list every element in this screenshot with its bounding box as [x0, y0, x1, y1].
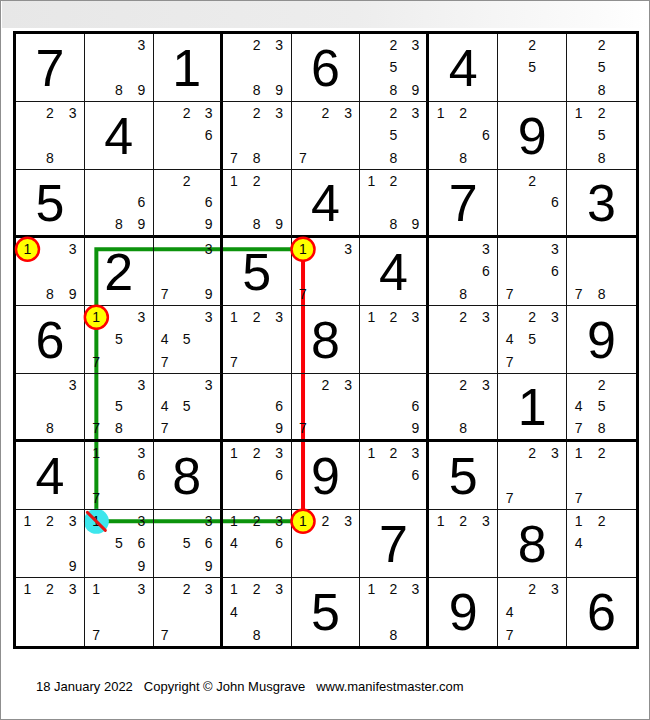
candidate-6: 6 — [198, 532, 220, 554]
candidate-2: 2 — [39, 510, 62, 532]
candidate-2: 2 — [382, 102, 404, 124]
cell-r2c5[interactable]: 237 — [292, 102, 361, 170]
candidate-1: 1 — [429, 102, 452, 124]
candidate-6: 6 — [130, 192, 153, 214]
cell-r7c8[interactable]: 237 — [498, 442, 567, 510]
candidate-3: 3 — [198, 578, 220, 601]
candidate-2: 2 — [382, 34, 404, 56]
candidate-5: 5 — [176, 396, 198, 418]
candidate-2: 2 — [452, 306, 475, 328]
solved-digit: 4 — [292, 170, 360, 235]
candidate-1: 1 — [360, 306, 382, 328]
candidate-1: 1 — [85, 578, 108, 601]
cell-r1c9[interactable]: 258 — [567, 34, 636, 102]
cell-r7c5[interactable]: 9 — [292, 442, 361, 510]
candidate-8: 8 — [452, 283, 475, 305]
cell-r1c6[interactable]: 23589 — [360, 34, 429, 102]
solved-digit: 9 — [567, 306, 636, 373]
cell-r6c5[interactable]: 237 — [292, 374, 361, 442]
solved-digit: 8 — [154, 442, 220, 509]
cell-r4c3[interactable]: 379 — [154, 238, 223, 306]
solved-digit: 9 — [292, 442, 360, 509]
candidate-3: 3 — [404, 102, 426, 124]
candidate-2: 2 — [314, 374, 337, 396]
cell-r9c2[interactable]: 137 — [85, 578, 154, 646]
candidate-5: 5 — [382, 124, 404, 146]
cell-r1c2[interactable]: 389 — [85, 34, 154, 102]
candidate-5: 5 — [590, 396, 613, 418]
candidate-7: 7 — [498, 351, 521, 373]
candidate-9: 9 — [268, 79, 291, 101]
candidate-3: 3 — [337, 510, 360, 532]
candidate-6: 6 — [130, 532, 153, 554]
candidate-9: 9 — [404, 79, 426, 101]
cell-r8c2[interactable]: 13569 — [85, 510, 154, 578]
candidate-9: 9 — [198, 555, 220, 577]
footer: 18 January 2022 Copyright © John Musgrav… — [1, 679, 649, 694]
candidate-2: 2 — [245, 34, 268, 56]
candidate-1: 1 — [16, 238, 39, 260]
solved-digit: 9 — [429, 578, 497, 646]
cell-r1c4[interactable]: 2389 — [223, 34, 292, 102]
candidate-3: 3 — [475, 306, 498, 328]
candidate-8: 8 — [245, 213, 268, 235]
candidate-2: 2 — [452, 374, 475, 396]
cell-r4c5[interactable]: 137 — [292, 238, 361, 306]
candidate-3: 3 — [543, 238, 566, 260]
candidate-5: 5 — [108, 532, 131, 554]
cell-r4c4[interactable]: 5 — [223, 238, 292, 306]
cell-r4c2[interactable]: 2 — [85, 238, 154, 306]
candidate-8: 8 — [108, 417, 131, 439]
candidate-1: 1 — [292, 238, 315, 260]
cell-r4c7[interactable]: 368 — [429, 238, 498, 306]
candidate-8: 8 — [590, 147, 613, 169]
cell-r6c2[interactable]: 3578 — [85, 374, 154, 442]
candidate-4: 4 — [223, 532, 246, 554]
cell-r8c7[interactable]: 123 — [429, 510, 498, 578]
solved-digit: 4 — [85, 102, 153, 169]
solved-digit: 5 — [292, 578, 360, 646]
candidate-7: 7 — [154, 623, 176, 646]
candidate-6: 6 — [543, 192, 566, 214]
cell-r1c3[interactable]: 1 — [154, 34, 223, 102]
cell-r1c1[interactable]: 7 — [16, 34, 85, 102]
candidate-7: 7 — [292, 283, 315, 305]
candidate-1: 1 — [429, 510, 452, 532]
cell-r2c8[interactable]: 9 — [498, 102, 567, 170]
solved-digit: 7 — [429, 170, 497, 235]
candidate-6: 6 — [198, 192, 220, 214]
candidate-2: 2 — [245, 102, 268, 124]
candidate-8: 8 — [382, 213, 404, 235]
candidate-3: 3 — [475, 374, 498, 396]
candidate-8: 8 — [452, 147, 475, 169]
candidate-3: 3 — [543, 578, 566, 601]
candidate-3: 3 — [130, 374, 153, 396]
candidate-9: 9 — [198, 283, 220, 305]
candidate-6: 6 — [198, 124, 220, 146]
candidate-2: 2 — [521, 306, 544, 328]
candidate-8: 8 — [590, 417, 613, 439]
candidate-3: 3 — [268, 306, 291, 328]
cell-r8c5[interactable]: 123 — [292, 510, 361, 578]
candidate-3: 3 — [130, 578, 153, 601]
candidate-2: 2 — [382, 578, 404, 601]
cell-r2c2[interactable]: 4 — [85, 102, 154, 170]
solved-digit: 6 — [292, 34, 360, 101]
cell-r5c1[interactable]: 6 — [16, 306, 85, 374]
cell-r5c9[interactable]: 9 — [567, 306, 636, 374]
candidate-3: 3 — [543, 306, 566, 328]
solved-digit: 9 — [498, 102, 566, 169]
candidate-3: 3 — [404, 34, 426, 56]
candidate-5: 5 — [590, 124, 613, 146]
candidate-5: 5 — [521, 56, 544, 78]
candidate-6: 6 — [404, 396, 426, 418]
cell-r9c8[interactable]: 2347 — [498, 578, 567, 646]
cell-r8c4[interactable]: 12346 — [223, 510, 292, 578]
candidate-2: 2 — [382, 170, 404, 192]
candidate-1: 1 — [85, 306, 108, 328]
candidate-3: 3 — [130, 306, 153, 328]
candidate-3: 3 — [198, 306, 220, 328]
solved-digit: 4 — [16, 442, 84, 509]
candidate-3: 3 — [475, 510, 498, 532]
candidate-8: 8 — [382, 623, 404, 646]
candidate-3: 3 — [268, 34, 291, 56]
candidate-6: 6 — [543, 260, 566, 282]
cell-r3c8[interactable]: 26 — [498, 170, 567, 238]
candidate-9: 9 — [404, 213, 426, 235]
solved-digit: 3 — [567, 170, 636, 235]
candidate-1: 1 — [360, 170, 382, 192]
candidate-1: 1 — [85, 442, 108, 464]
cell-r7c1[interactable]: 4 — [16, 442, 85, 510]
candidate-6: 6 — [268, 396, 291, 418]
candidate-1: 1 — [223, 306, 246, 328]
cell-r5c6[interactable]: 123 — [360, 306, 429, 374]
candidate-5: 5 — [108, 328, 131, 350]
cell-r8c9[interactable]: 124 — [567, 510, 636, 578]
cell-r9c6[interactable]: 1238 — [360, 578, 429, 646]
cell-r6c4[interactable]: 69 — [223, 374, 292, 442]
window-title-bar — [2, 1, 648, 28]
candidate-1: 1 — [223, 442, 246, 464]
candidate-2: 2 — [245, 510, 268, 532]
candidate-3: 3 — [404, 442, 426, 464]
candidate-8: 8 — [245, 147, 268, 169]
cell-r3c6[interactable]: 1289 — [360, 170, 429, 238]
cell-r1c5[interactable]: 6 — [292, 34, 361, 102]
cell-r9c7[interactable]: 9 — [429, 578, 498, 646]
cell-r6c9[interactable]: 24578 — [567, 374, 636, 442]
candidate-4: 4 — [567, 532, 590, 554]
candidate-9: 9 — [198, 213, 220, 235]
solved-digit: 5 — [16, 170, 84, 235]
candidate-9: 9 — [268, 213, 291, 235]
cell-r5c5[interactable]: 8 — [292, 306, 361, 374]
cell-r8c8[interactable]: 8 — [498, 510, 567, 578]
cell-r2c6[interactable]: 2358 — [360, 102, 429, 170]
cell-r8c3[interactable]: 3569 — [154, 510, 223, 578]
candidate-1: 1 — [567, 442, 590, 464]
candidate-5: 5 — [108, 396, 131, 418]
cell-r1c8[interactable]: 25 — [498, 34, 567, 102]
solved-digit: 5 — [429, 442, 497, 509]
cell-r2c9[interactable]: 1258 — [567, 102, 636, 170]
solved-digit: 4 — [360, 238, 426, 305]
candidate-3: 3 — [404, 578, 426, 601]
candidate-2: 2 — [590, 34, 613, 56]
candidate-3: 3 — [404, 306, 426, 328]
candidate-2: 2 — [382, 442, 404, 464]
candidate-8: 8 — [590, 283, 613, 305]
cell-r3c4[interactable]: 1289 — [223, 170, 292, 238]
solved-digit: 6 — [16, 306, 84, 373]
candidate-4: 4 — [567, 396, 590, 418]
candidate-5: 5 — [176, 532, 198, 554]
candidate-6: 6 — [268, 532, 291, 554]
candidate-3: 3 — [130, 510, 153, 532]
footer-copyright: Copyright © John Musgrave — [144, 679, 305, 694]
candidate-4: 4 — [223, 601, 246, 624]
candidate-3: 3 — [130, 442, 153, 464]
candidate-8: 8 — [452, 417, 475, 439]
candidate-1: 1 — [360, 442, 382, 464]
cell-r7c3[interactable]: 8 — [154, 442, 223, 510]
cell-r3c7[interactable]: 7 — [429, 170, 498, 238]
candidate-1: 1 — [223, 578, 246, 601]
candidate-7: 7 — [567, 283, 590, 305]
candidate-8: 8 — [382, 147, 404, 169]
candidate-7: 7 — [154, 417, 176, 439]
cell-r6c7[interactable]: 238 — [429, 374, 498, 442]
candidate-7: 7 — [223, 147, 246, 169]
cell-r2c1[interactable]: 238 — [16, 102, 85, 170]
candidate-8: 8 — [39, 417, 62, 439]
candidate-8: 8 — [245, 623, 268, 646]
candidate-2: 2 — [382, 306, 404, 328]
candidate-3: 3 — [198, 374, 220, 396]
candidate-7: 7 — [567, 487, 590, 509]
candidate-2: 2 — [39, 102, 62, 124]
candidate-4: 4 — [154, 396, 176, 418]
candidate-9: 9 — [61, 555, 84, 577]
cell-r6c6[interactable]: 69 — [360, 374, 429, 442]
candidate-2: 2 — [521, 170, 544, 192]
candidate-2: 2 — [314, 102, 337, 124]
candidate-7: 7 — [567, 417, 590, 439]
cell-r1c7[interactable]: 4 — [429, 34, 498, 102]
candidate-2: 2 — [176, 102, 198, 124]
candidate-3: 3 — [337, 102, 360, 124]
candidate-2: 2 — [176, 578, 198, 601]
solved-digit: 6 — [567, 578, 636, 646]
candidate-2: 2 — [245, 578, 268, 601]
candidate-2: 2 — [245, 442, 268, 464]
candidate-8: 8 — [382, 79, 404, 101]
cell-r7c7[interactable]: 5 — [429, 442, 498, 510]
candidate-8: 8 — [39, 283, 62, 305]
candidate-2: 2 — [176, 170, 198, 192]
cell-r5c8[interactable]: 23457 — [498, 306, 567, 374]
candidate-4: 4 — [498, 328, 521, 350]
cell-r7c4[interactable]: 1236 — [223, 442, 292, 510]
candidate-5: 5 — [590, 56, 613, 78]
candidate-2: 2 — [590, 374, 613, 396]
solved-digit: 5 — [223, 238, 291, 305]
candidate-3: 3 — [61, 578, 84, 601]
candidate-2: 2 — [245, 170, 268, 192]
cell-r9c4[interactable]: 12348 — [223, 578, 292, 646]
candidate-7: 7 — [154, 351, 176, 373]
candidate-7: 7 — [498, 623, 521, 646]
cell-r3c9[interactable]: 3 — [567, 170, 636, 238]
candidate-8: 8 — [245, 79, 268, 101]
candidate-4: 4 — [498, 601, 521, 624]
candidate-3: 3 — [198, 510, 220, 532]
footer-date: 18 January 2022 — [36, 679, 133, 694]
candidate-3: 3 — [268, 578, 291, 601]
cell-r9c9[interactable]: 6 — [567, 578, 636, 646]
cell-r4c9[interactable]: 78 — [567, 238, 636, 306]
candidate-2: 2 — [452, 510, 475, 532]
candidate-3: 3 — [61, 238, 84, 260]
candidate-3: 3 — [268, 102, 291, 124]
candidate-8: 8 — [108, 79, 131, 101]
candidate-9: 9 — [130, 213, 153, 235]
candidate-1: 1 — [223, 510, 246, 532]
candidate-3: 3 — [198, 102, 220, 124]
cell-r2c4[interactable]: 2378 — [223, 102, 292, 170]
solved-digit: 1 — [154, 34, 220, 101]
cell-r9c3[interactable]: 237 — [154, 578, 223, 646]
candidate-3: 3 — [130, 34, 153, 56]
cell-r9c1[interactable]: 123 — [16, 578, 85, 646]
candidate-8: 8 — [39, 147, 62, 169]
cell-r7c6[interactable]: 1236 — [360, 442, 429, 510]
candidate-6: 6 — [130, 464, 153, 486]
footer-website: www.manifestmaster.com — [316, 679, 463, 694]
candidate-9: 9 — [130, 79, 153, 101]
candidate-2: 2 — [590, 510, 613, 532]
candidate-2: 2 — [521, 34, 544, 56]
cell-r6c3[interactable]: 3457 — [154, 374, 223, 442]
solved-digit: 8 — [292, 306, 360, 373]
candidate-2: 2 — [39, 578, 62, 601]
cell-r3c5[interactable]: 4 — [292, 170, 361, 238]
cell-r4c1[interactable]: 1389 — [16, 238, 85, 306]
solved-digit: 1 — [498, 374, 566, 439]
candidate-7: 7 — [292, 147, 315, 169]
candidate-2: 2 — [314, 510, 337, 532]
candidate-2: 2 — [590, 102, 613, 124]
candidate-3: 3 — [268, 442, 291, 464]
solved-digit: 4 — [429, 34, 497, 101]
cell-r3c1[interactable]: 5 — [16, 170, 85, 238]
candidate-3: 3 — [475, 238, 498, 260]
candidate-1: 1 — [16, 510, 39, 532]
candidate-2: 2 — [521, 442, 544, 464]
candidate-4: 4 — [154, 328, 176, 350]
candidate-9: 9 — [130, 555, 153, 577]
candidate-1: 1 — [292, 510, 315, 532]
cell-r5c7[interactable]: 23 — [429, 306, 498, 374]
candidate-6: 6 — [475, 124, 498, 146]
cell-r5c4[interactable]: 1237 — [223, 306, 292, 374]
cell-r8c1[interactable]: 1239 — [16, 510, 85, 578]
candidate-7: 7 — [85, 623, 108, 646]
candidate-7: 7 — [85, 351, 108, 373]
candidate-1: 1 — [360, 578, 382, 601]
candidate-2: 2 — [245, 306, 268, 328]
candidate-1: 1 — [85, 510, 108, 532]
cell-r9c5[interactable]: 5 — [292, 578, 361, 646]
candidate-1: 1 — [567, 510, 590, 532]
candidate-1: 1 — [16, 578, 39, 601]
candidate-6: 6 — [475, 260, 498, 282]
solved-digit: 7 — [360, 510, 426, 577]
cell-r7c9[interactable]: 127 — [567, 442, 636, 510]
candidate-6: 6 — [404, 464, 426, 486]
candidate-3: 3 — [543, 442, 566, 464]
cell-r5c2[interactable]: 1357 — [85, 306, 154, 374]
cell-r5c3[interactable]: 3457 — [154, 306, 223, 374]
cell-r6c1[interactable]: 38 — [16, 374, 85, 442]
candidate-1: 1 — [567, 102, 590, 124]
sudoku-diagram-page: 7389123896235894252582384236237823723581… — [0, 0, 650, 720]
candidate-7: 7 — [292, 417, 315, 439]
candidate-5: 5 — [382, 56, 404, 78]
candidate-5: 5 — [176, 328, 198, 350]
candidate-7: 7 — [85, 417, 108, 439]
cell-r4c6[interactable]: 4 — [360, 238, 429, 306]
cell-r2c7[interactable]: 1268 — [429, 102, 498, 170]
solved-digit: 2 — [85, 238, 153, 305]
cell-r4c8[interactable]: 367 — [498, 238, 567, 306]
candidate-8: 8 — [590, 79, 613, 101]
cell-r2c3[interactable]: 236 — [154, 102, 223, 170]
candidate-7: 7 — [223, 351, 246, 373]
sudoku-grid: 7389123896235894252582384236237823723581… — [16, 34, 636, 646]
candidate-9: 9 — [61, 283, 84, 305]
cell-r8c6[interactable]: 7 — [360, 510, 429, 578]
candidate-3: 3 — [198, 238, 220, 260]
candidate-3: 3 — [61, 374, 84, 396]
candidate-5: 5 — [521, 328, 544, 350]
candidate-2: 2 — [521, 578, 544, 601]
candidate-1: 1 — [223, 170, 246, 192]
candidate-9: 9 — [268, 417, 291, 439]
candidate-6: 6 — [268, 464, 291, 486]
cell-r7c2[interactable]: 1367 — [85, 442, 154, 510]
candidate-2: 2 — [452, 102, 475, 124]
solved-digit: 7 — [16, 34, 84, 101]
cell-r3c2[interactable]: 689 — [85, 170, 154, 238]
candidate-3: 3 — [61, 102, 84, 124]
candidate-7: 7 — [498, 487, 521, 509]
cell-r6c8[interactable]: 1 — [498, 374, 567, 442]
candidate-2: 2 — [590, 442, 613, 464]
candidate-3: 3 — [268, 510, 291, 532]
cell-r3c3[interactable]: 269 — [154, 170, 223, 238]
candidate-7: 7 — [154, 283, 176, 305]
candidate-8: 8 — [108, 213, 131, 235]
candidate-9: 9 — [404, 417, 426, 439]
candidate-3: 3 — [61, 510, 84, 532]
solved-digit: 8 — [498, 510, 566, 577]
